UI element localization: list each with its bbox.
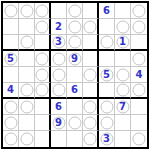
odd-circle-mark — [4, 133, 17, 146]
odd-circle-mark — [36, 52, 49, 65]
odd-circle-mark — [20, 36, 33, 49]
sudoku-cell-r5c4[interactable] — [51, 67, 67, 83]
sudoku-cell-r3c9[interactable] — [131, 35, 147, 51]
sudoku-cell-r6c3[interactable] — [35, 83, 51, 99]
sudoku-cell-r4c3[interactable] — [35, 51, 51, 67]
sudoku-cell-r6c4[interactable] — [51, 83, 67, 99]
given-digit: 1 — [119, 37, 126, 47]
sudoku-cell-r5c1[interactable] — [3, 67, 19, 83]
sudoku-cell-r8c5[interactable] — [67, 115, 83, 131]
given-digit: 3 — [55, 37, 62, 47]
sudoku-cell-r2c2[interactable] — [19, 19, 35, 35]
sudoku-cell-r7c2[interactable] — [19, 99, 35, 115]
sudoku-cell-r3c7[interactable] — [99, 35, 115, 51]
odd-circle-mark — [133, 52, 146, 65]
given-digit: 6 — [103, 6, 110, 16]
odd-circle-mark — [36, 4, 49, 17]
given-digit: 3 — [103, 134, 110, 144]
sudoku-cell-r3c1[interactable] — [3, 35, 19, 51]
odd-circle-mark — [20, 84, 33, 97]
odd-circle-mark — [36, 84, 49, 97]
odd-circle-mark — [36, 20, 49, 33]
sudoku-cell-r1c8[interactable] — [115, 3, 131, 19]
sudoku-cell-r2c4[interactable]: 2 — [51, 19, 67, 35]
sudoku-cell-r8c4[interactable]: 9 — [51, 115, 67, 131]
given-digit: 9 — [71, 54, 78, 64]
odd-circle-mark — [36, 68, 49, 81]
sudoku-cell-r4c5[interactable]: 9 — [67, 51, 83, 67]
odd-circle-mark — [100, 100, 113, 113]
sudoku-cell-r6c7[interactable] — [99, 83, 115, 99]
odd-circle-mark — [20, 133, 33, 146]
sudoku-cell-r8c8[interactable] — [115, 115, 131, 131]
sudoku-cell-r1c2[interactable] — [19, 3, 35, 19]
odd-circle-mark — [100, 116, 113, 129]
sudoku-cell-r8c1[interactable] — [3, 115, 19, 131]
sudoku-cell-r4c4[interactable] — [51, 51, 67, 67]
given-digit: 6 — [71, 85, 78, 95]
sudoku-cell-r3c3[interactable] — [35, 35, 51, 51]
odd-circle-mark — [84, 20, 97, 33]
sudoku-cell-r5c6[interactable] — [83, 67, 99, 83]
odd-circle-mark — [68, 20, 81, 33]
sudoku-cell-r2c3[interactable] — [35, 19, 51, 35]
sudoku-cell-r1c7[interactable]: 6 — [99, 3, 115, 19]
sudoku-cell-r4c7[interactable] — [99, 51, 115, 67]
odd-circle-mark — [4, 4, 17, 17]
odd-circle-mark — [20, 4, 33, 17]
sudoku-cell-r2c9[interactable] — [131, 19, 147, 35]
sudoku-cell-r4c6[interactable] — [83, 51, 99, 67]
sudoku-cell-r7c9[interactable] — [131, 99, 147, 115]
sudoku-cell-r8c2[interactable] — [19, 115, 35, 131]
odd-circle-mark — [84, 133, 97, 146]
given-digit: 6 — [55, 102, 62, 112]
sudoku-cell-r9c6[interactable] — [83, 131, 99, 147]
sudoku-cell-r5c8[interactable] — [115, 67, 131, 83]
odd-circle-mark — [133, 4, 146, 17]
sudoku-cell-r5c2[interactable] — [19, 67, 35, 83]
odd-circle-mark — [116, 20, 129, 33]
sudoku-cell-r9c7[interactable]: 3 — [99, 131, 115, 147]
sudoku-cell-r5c5[interactable] — [67, 67, 83, 83]
odd-circle-mark — [133, 84, 146, 97]
sudoku-cell-r6c2[interactable] — [19, 83, 35, 99]
sudoku-cell-r1c9[interactable] — [131, 3, 147, 19]
sudoku-cell-r6c1[interactable]: 4 — [3, 83, 19, 99]
sudoku-cell-r4c2[interactable] — [19, 51, 35, 67]
sudoku-cell-r3c5[interactable] — [67, 35, 83, 51]
sudoku-cell-r7c8[interactable]: 7 — [115, 99, 131, 115]
given-digit: 2 — [55, 22, 62, 32]
odd-circle-mark — [84, 116, 97, 129]
sudoku-cell-r9c9[interactable] — [131, 131, 147, 147]
sudoku-cell-r1c5[interactable] — [67, 3, 83, 19]
sudoku-cell-r2c1[interactable] — [3, 19, 19, 35]
sudoku-cell-r7c7[interactable] — [99, 99, 115, 115]
odd-circle-mark — [68, 116, 81, 129]
sudoku-cell-r3c8[interactable]: 1 — [115, 35, 131, 51]
odd-circle-mark — [100, 36, 113, 49]
sudoku-cell-r8c7[interactable] — [99, 115, 115, 131]
odd-circle-mark — [52, 68, 65, 81]
odd-circle-mark — [4, 100, 17, 113]
sudoku-cell-r9c1[interactable] — [3, 131, 19, 147]
sudoku-cell-r7c1[interactable] — [3, 99, 19, 115]
odd-circle-mark — [84, 100, 97, 113]
odd-circle-mark — [68, 36, 81, 49]
sudoku-cell-r2c7[interactable] — [99, 19, 115, 35]
sudoku-cell-r2c6[interactable] — [83, 19, 99, 35]
sudoku-cell-r6c8[interactable] — [115, 83, 131, 99]
given-digit: 7 — [119, 102, 126, 112]
sudoku-cell-r7c6[interactable] — [83, 99, 99, 115]
sudoku-cell-r7c3[interactable] — [35, 99, 51, 115]
sudoku-cell-r3c6[interactable] — [83, 35, 99, 51]
sudoku-cell-r8c9[interactable] — [131, 115, 147, 131]
sudoku-cell-r8c3[interactable] — [35, 115, 51, 131]
given-digit: 9 — [55, 118, 62, 128]
sudoku-cell-r5c7[interactable]: 5 — [99, 67, 115, 83]
sudoku-cell-r9c4[interactable] — [51, 131, 67, 147]
sudoku-cell-r6c9[interactable] — [131, 83, 147, 99]
odd-circle-mark — [116, 84, 129, 97]
sudoku-cell-r2c5[interactable] — [67, 19, 83, 35]
sudoku-cell-r2c8[interactable] — [115, 19, 131, 35]
sudoku-cell-r7c4[interactable]: 6 — [51, 99, 67, 115]
given-digit: 4 — [7, 85, 14, 95]
sudoku-cell-r6c5[interactable]: 6 — [67, 83, 83, 99]
odd-circle-mark — [52, 52, 65, 65]
sudoku-cell-r4c9[interactable] — [131, 51, 147, 67]
odd-circle-mark — [68, 4, 81, 17]
sudoku-board: 62315954466793 — [1, 1, 149, 149]
odd-circle-mark — [4, 116, 17, 129]
odd-circle-mark — [84, 68, 97, 81]
sudoku-cell-r9c5[interactable] — [67, 131, 83, 147]
sudoku-cell-r6c6[interactable] — [83, 83, 99, 99]
sudoku-cell-r5c9[interactable]: 4 — [131, 67, 147, 83]
given-digit: 5 — [103, 70, 110, 80]
sudoku-cell-r1c1[interactable] — [3, 3, 19, 19]
sudoku-cell-r9c8[interactable] — [115, 131, 131, 147]
sudoku-cell-r1c3[interactable] — [35, 3, 51, 19]
odd-circle-mark — [52, 84, 65, 97]
sudoku-cell-r4c1[interactable]: 5 — [3, 51, 19, 67]
sudoku-cell-r7c5[interactable] — [67, 99, 83, 115]
given-digit: 4 — [136, 70, 143, 80]
odd-circle-mark — [133, 20, 146, 33]
sudoku-cell-r8c6[interactable] — [83, 115, 99, 131]
sudoku-cell-r1c6[interactable] — [83, 3, 99, 19]
sudoku-cell-r4c8[interactable] — [115, 51, 131, 67]
given-digit: 5 — [7, 54, 14, 64]
sudoku-cell-r9c3[interactable] — [35, 131, 51, 147]
sudoku-cell-r3c2[interactable] — [19, 35, 35, 51]
sudoku-cell-r5c3[interactable] — [35, 67, 51, 83]
sudoku-cell-r9c2[interactable] — [19, 131, 35, 147]
sudoku-cell-r1c4[interactable] — [51, 3, 67, 19]
odd-circle-mark — [133, 133, 146, 146]
odd-circle-mark — [20, 100, 33, 113]
sudoku-cell-r3c4[interactable]: 3 — [51, 35, 67, 51]
odd-circle-mark — [116, 68, 129, 81]
